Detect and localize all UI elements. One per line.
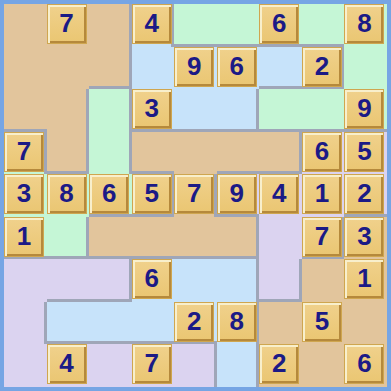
tile[interactable]: 2 xyxy=(302,47,342,87)
tile[interactable]: 8 xyxy=(344,4,384,44)
tile-number: 3 xyxy=(17,180,31,208)
cell-r2c3[interactable] xyxy=(89,47,132,90)
tile[interactable]: 4 xyxy=(47,344,87,384)
tile[interactable]: 1 xyxy=(4,217,44,257)
tile-number: 2 xyxy=(272,350,286,378)
cell-r3c3[interactable] xyxy=(89,89,132,132)
cell-r4c5[interactable] xyxy=(174,132,217,175)
cell-r6c7[interactable] xyxy=(259,217,302,260)
tile[interactable]: 8 xyxy=(217,302,257,342)
cell-r8c8[interactable]: 5 xyxy=(302,302,345,345)
cell-r1c4[interactable]: 4 xyxy=(132,4,175,47)
tile-number: 7 xyxy=(59,10,73,38)
cell-r9c2[interactable]: 4 xyxy=(47,344,90,387)
tile-number: 8 xyxy=(357,10,371,38)
cell-r5c4[interactable]: 5 xyxy=(132,174,175,217)
tile-number: 4 xyxy=(272,180,286,208)
tile-number: 3 xyxy=(357,223,371,251)
tile-number: 7 xyxy=(144,350,158,378)
cell-r2c8[interactable]: 2 xyxy=(302,47,345,90)
cell-r7c9[interactable]: 1 xyxy=(344,259,387,302)
tile-number: 6 xyxy=(272,10,286,38)
tile[interactable]: 2 xyxy=(259,344,299,384)
cell-r6c3[interactable] xyxy=(89,217,132,260)
cell-r8c9[interactable] xyxy=(344,302,387,345)
cell-r9c4[interactable]: 7 xyxy=(132,344,175,387)
tile[interactable]: 1 xyxy=(302,174,342,214)
cell-r4c8[interactable]: 6 xyxy=(302,132,345,175)
cell-r3c1[interactable] xyxy=(4,89,47,132)
cell-r3c9[interactable]: 9 xyxy=(344,89,387,132)
cell-r2c6[interactable]: 6 xyxy=(217,47,260,90)
cell-r7c3[interactable] xyxy=(89,259,132,302)
tile[interactable]: 4 xyxy=(132,4,172,44)
cell-r1c3[interactable] xyxy=(89,4,132,47)
tile-number: 1 xyxy=(357,265,371,293)
cell-r4c3[interactable] xyxy=(89,132,132,175)
tile-number: 1 xyxy=(315,180,329,208)
cell-r7c2[interactable] xyxy=(47,259,90,302)
tile[interactable]: 9 xyxy=(344,89,384,129)
tile-number: 9 xyxy=(357,95,371,123)
cell-r3c2[interactable] xyxy=(47,89,90,132)
cell-r7c4[interactable]: 6 xyxy=(132,259,175,302)
tile-number: 2 xyxy=(187,308,201,336)
tile-number: 9 xyxy=(187,53,201,81)
tile[interactable]: 8 xyxy=(47,174,87,214)
tile[interactable]: 2 xyxy=(174,302,214,342)
cell-r9c7[interactable]: 2 xyxy=(259,344,302,387)
tile[interactable]: 2 xyxy=(344,174,384,214)
cell-r7c8[interactable] xyxy=(302,259,345,302)
cell-r4c4[interactable] xyxy=(132,132,175,175)
tile[interactable]: 9 xyxy=(174,47,214,87)
cell-r8c1[interactable] xyxy=(4,302,47,345)
sudoku-board: 746896239765386579412173612854726 xyxy=(0,0,391,391)
tile[interactable]: 6 xyxy=(132,259,172,299)
cell-r5c5[interactable]: 7 xyxy=(174,174,217,217)
cell-r8c7[interactable] xyxy=(259,302,302,345)
cell-r8c4[interactable] xyxy=(132,302,175,345)
cell-r9c9[interactable]: 6 xyxy=(344,344,387,387)
tile[interactable]: 3 xyxy=(132,89,172,129)
tile-number: 2 xyxy=(315,53,329,81)
tile-number: 7 xyxy=(187,180,201,208)
cell-r7c7[interactable] xyxy=(259,259,302,302)
cell-r7c5[interactable] xyxy=(174,259,217,302)
cell-r4c2[interactable] xyxy=(47,132,90,175)
cell-r8c3[interactable] xyxy=(89,302,132,345)
tile-number: 4 xyxy=(144,10,158,38)
cell-r6c1[interactable]: 1 xyxy=(4,217,47,260)
cell-r6c8[interactable]: 7 xyxy=(302,217,345,260)
tile-number: 8 xyxy=(230,308,244,336)
tile-number: 7 xyxy=(17,138,31,166)
tile-number: 2 xyxy=(357,180,371,208)
cell-r6c5[interactable] xyxy=(174,217,217,260)
tile[interactable]: 6 xyxy=(217,47,257,87)
cell-r6c6[interactable] xyxy=(217,217,260,260)
tile[interactable]: 6 xyxy=(302,132,342,172)
cell-r4c9[interactable]: 5 xyxy=(344,132,387,175)
cell-r9c3[interactable] xyxy=(89,344,132,387)
tile-number: 8 xyxy=(59,180,73,208)
cell-r7c6[interactable] xyxy=(217,259,260,302)
tile[interactable]: 6 xyxy=(89,174,129,214)
cell-r3c8[interactable] xyxy=(302,89,345,132)
tile[interactable]: 7 xyxy=(174,174,214,214)
cell-r1c8[interactable] xyxy=(302,4,345,47)
cell-r9c1[interactable] xyxy=(4,344,47,387)
tile[interactable]: 5 xyxy=(302,302,342,342)
cell-r5c8[interactable]: 1 xyxy=(302,174,345,217)
cell-r3c6[interactable] xyxy=(217,89,260,132)
cell-r1c2[interactable]: 7 xyxy=(47,4,90,47)
cell-r4c1[interactable]: 7 xyxy=(4,132,47,175)
cell-r1c7[interactable]: 6 xyxy=(259,4,302,47)
cell-r1c1[interactable] xyxy=(4,4,47,47)
cell-r1c5[interactable] xyxy=(174,4,217,47)
cell-r6c9[interactable]: 3 xyxy=(344,217,387,260)
tile-number: 7 xyxy=(315,223,329,251)
cell-r9c5[interactable] xyxy=(174,344,217,387)
tile-number: 9 xyxy=(230,180,244,208)
cell-r8c2[interactable] xyxy=(47,302,90,345)
tile[interactable]: 7 xyxy=(132,344,172,384)
tile[interactable]: 1 xyxy=(344,259,384,299)
cell-r1c6[interactable] xyxy=(217,4,260,47)
tile-number: 6 xyxy=(357,350,371,378)
tile[interactable]: 9 xyxy=(217,174,257,214)
tile-number: 5 xyxy=(315,308,329,336)
tile-number: 3 xyxy=(144,95,158,123)
cell-r8c6[interactable]: 8 xyxy=(217,302,260,345)
tile-number: 6 xyxy=(144,265,158,293)
cell-r2c9[interactable] xyxy=(344,47,387,90)
tile[interactable]: 7 xyxy=(47,4,87,44)
tile[interactable]: 5 xyxy=(132,174,172,214)
cell-r5c1[interactable]: 3 xyxy=(4,174,47,217)
tile[interactable]: 3 xyxy=(344,217,384,257)
cell-r5c6[interactable]: 9 xyxy=(217,174,260,217)
tile[interactable]: 7 xyxy=(4,132,44,172)
tile-number: 6 xyxy=(230,53,244,81)
tile[interactable]: 4 xyxy=(259,174,299,214)
tile-number: 4 xyxy=(59,350,73,378)
cell-r4c6[interactable] xyxy=(217,132,260,175)
cell-r7c1[interactable] xyxy=(4,259,47,302)
tile-number: 5 xyxy=(357,138,371,166)
cell-r1c9[interactable]: 8 xyxy=(344,4,387,47)
tile-number: 1 xyxy=(17,223,31,251)
sudoku-grid: 746896239765386579412173612854726 xyxy=(4,4,387,387)
cell-r5c9[interactable]: 2 xyxy=(344,174,387,217)
tile-number: 5 xyxy=(144,180,158,208)
cell-r2c5[interactable]: 9 xyxy=(174,47,217,90)
cell-r2c7[interactable] xyxy=(259,47,302,90)
cell-r3c4[interactable]: 3 xyxy=(132,89,175,132)
cell-r6c2[interactable] xyxy=(47,217,90,260)
tile-number: 6 xyxy=(102,180,116,208)
cell-r8c5[interactable]: 2 xyxy=(174,302,217,345)
cell-r3c5[interactable] xyxy=(174,89,217,132)
tile[interactable]: 5 xyxy=(344,132,384,172)
cell-r5c3[interactable]: 6 xyxy=(89,174,132,217)
cell-r5c2[interactable]: 8 xyxy=(47,174,90,217)
cell-r2c1[interactable] xyxy=(4,47,47,90)
cell-r5c7[interactable]: 4 xyxy=(259,174,302,217)
cell-r3c7[interactable] xyxy=(259,89,302,132)
cell-r2c2[interactable] xyxy=(47,47,90,90)
cell-r9c6[interactable] xyxy=(217,344,260,387)
cell-r9c8[interactable] xyxy=(302,344,345,387)
tile[interactable]: 7 xyxy=(302,217,342,257)
tile[interactable]: 6 xyxy=(344,344,384,384)
cell-r6c4[interactable] xyxy=(132,217,175,260)
cell-r2c4[interactable] xyxy=(132,47,175,90)
cell-r4c7[interactable] xyxy=(259,132,302,175)
tile[interactable]: 6 xyxy=(259,4,299,44)
tile[interactable]: 3 xyxy=(4,174,44,214)
tile-number: 6 xyxy=(315,138,329,166)
